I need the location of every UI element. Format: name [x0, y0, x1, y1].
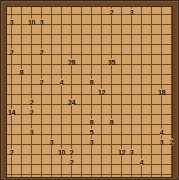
number-tile[interactable]: 28: [68, 59, 75, 66]
number-tile[interactable]: 3: [30, 129, 33, 136]
number-tile[interactable]: 2: [40, 49, 43, 56]
number-tile[interactable]: 2: [30, 99, 33, 106]
number-tile[interactable]: 4: [60, 79, 63, 86]
number-tile[interactable]: 5: [90, 129, 93, 136]
number-tile[interactable]: 3: [90, 139, 93, 146]
number-tile[interactable]: 18: [158, 89, 165, 96]
number-tile[interactable]: 3: [40, 19, 43, 26]
number-tile[interactable]: 3: [10, 19, 13, 26]
number-tile[interactable]: 2: [30, 109, 33, 116]
number-tile[interactable]: 14: [8, 109, 15, 116]
number-tile[interactable]: 2: [10, 149, 13, 156]
number-tile[interactable]: 12: [98, 89, 105, 96]
number-tile[interactable]: 4: [160, 129, 163, 136]
number-tile[interactable]: 8: [90, 79, 93, 86]
number-tile[interactable]: 8: [20, 69, 23, 76]
board-frame: 2331032228358248121822414288354333221021…: [0, 0, 179, 180]
number-tile[interactable]: 4: [140, 159, 143, 166]
number-tile[interactable]: 35: [108, 59, 115, 66]
number-tile[interactable]: 24: [68, 99, 75, 106]
number-tile[interactable]: 3: [160, 139, 163, 146]
number-tile[interactable]: 2: [70, 149, 73, 156]
number-tile[interactable]: 2: [40, 79, 43, 86]
number-tile[interactable]: 10: [58, 149, 65, 156]
number-tile[interactable]: 12: [118, 149, 125, 156]
number-tile[interactable]: 2: [70, 159, 73, 166]
number-tile[interactable]: 8: [110, 119, 113, 126]
number-tile[interactable]: 3: [50, 139, 53, 146]
number-tile[interactable]: 3: [130, 149, 133, 156]
number-tile[interactable]: 2: [10, 49, 13, 56]
number-tile[interactable]: 2: [110, 9, 113, 16]
number-tile[interactable]: 3: [130, 9, 133, 16]
game-board[interactable]: 2331032228358248121822414288354333221021…: [6, 6, 173, 178]
number-tile[interactable]: 10: [28, 19, 35, 26]
number-tile[interactable]: 8: [90, 119, 93, 126]
number-tile[interactable]: 2: [170, 139, 173, 146]
